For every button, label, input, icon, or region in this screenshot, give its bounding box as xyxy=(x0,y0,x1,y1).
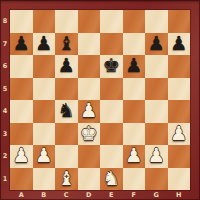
square-d4[interactable]: ♟ xyxy=(78,100,101,123)
square-b1[interactable] xyxy=(33,168,56,191)
square-c2[interactable] xyxy=(55,145,78,168)
square-e6[interactable]: ♚ xyxy=(100,55,123,78)
piece-black-king[interactable]: ♚ xyxy=(103,55,120,78)
piece-black-bishop[interactable]: ♝ xyxy=(58,33,75,56)
square-f5[interactable] xyxy=(123,78,146,101)
square-a7[interactable]: ♟ xyxy=(10,33,33,56)
square-g7[interactable]: ♟ xyxy=(145,33,168,56)
piece-white-pawn[interactable]: ♟ xyxy=(35,145,52,168)
file-label-f: F xyxy=(123,190,146,200)
rank-label-1: 1 xyxy=(0,168,10,191)
square-a8[interactable] xyxy=(10,10,33,33)
piece-white-pawn[interactable]: ♟ xyxy=(13,145,30,168)
file-label-a: A xyxy=(10,190,33,200)
square-f2[interactable]: ♟ xyxy=(123,145,146,168)
piece-black-pawn[interactable]: ♟ xyxy=(58,55,75,78)
rank-label-6: 6 xyxy=(0,55,10,78)
square-a1[interactable] xyxy=(10,168,33,191)
square-e4[interactable] xyxy=(100,100,123,123)
square-b6[interactable] xyxy=(33,55,56,78)
piece-black-pawn[interactable]: ♟ xyxy=(35,33,52,56)
square-f1[interactable] xyxy=(123,168,146,191)
square-d8[interactable] xyxy=(78,10,101,33)
piece-black-pawn[interactable]: ♟ xyxy=(13,33,30,56)
square-e3[interactable] xyxy=(100,123,123,146)
square-d7[interactable] xyxy=(78,33,101,56)
rank-label-8: 8 xyxy=(0,10,10,33)
file-label-c: C xyxy=(55,190,78,200)
rank-label-5: 5 xyxy=(0,78,10,101)
square-e1[interactable]: ♞ xyxy=(100,168,123,191)
square-g5[interactable] xyxy=(145,78,168,101)
square-a5[interactable] xyxy=(10,78,33,101)
square-g8[interactable] xyxy=(145,10,168,33)
piece-white-pawn[interactable]: ♟ xyxy=(125,145,142,168)
square-b7[interactable]: ♟ xyxy=(33,33,56,56)
square-c1[interactable]: ♝ xyxy=(55,168,78,191)
square-d1[interactable] xyxy=(78,168,101,191)
piece-black-pawn[interactable]: ♟ xyxy=(148,33,165,56)
square-a3[interactable] xyxy=(10,123,33,146)
piece-black-pawn[interactable]: ♟ xyxy=(170,33,187,56)
chessboard-widget: 87654321 ♟♟♝♟♟♟♚♟♞♟♚♟♟♟♟♟♝♞ ABCDEFGH xyxy=(0,0,200,200)
square-h4[interactable] xyxy=(168,100,191,123)
square-b4[interactable] xyxy=(33,100,56,123)
square-c5[interactable] xyxy=(55,78,78,101)
piece-white-king[interactable]: ♚ xyxy=(80,123,97,146)
square-h3[interactable]: ♟ xyxy=(168,123,191,146)
square-f4[interactable] xyxy=(123,100,146,123)
square-g1[interactable] xyxy=(145,168,168,191)
square-g4[interactable] xyxy=(145,100,168,123)
square-b5[interactable] xyxy=(33,78,56,101)
square-c7[interactable]: ♝ xyxy=(55,33,78,56)
square-f7[interactable] xyxy=(123,33,146,56)
square-h1[interactable] xyxy=(168,168,191,191)
square-a2[interactable]: ♟ xyxy=(10,145,33,168)
square-e5[interactable] xyxy=(100,78,123,101)
square-g3[interactable] xyxy=(145,123,168,146)
chess-board: ♟♟♝♟♟♟♚♟♞♟♚♟♟♟♟♟♝♞ xyxy=(10,10,190,190)
square-f6[interactable]: ♟ xyxy=(123,55,146,78)
square-c8[interactable] xyxy=(55,10,78,33)
square-e8[interactable] xyxy=(100,10,123,33)
square-e2[interactable] xyxy=(100,145,123,168)
square-h5[interactable] xyxy=(168,78,191,101)
square-b2[interactable]: ♟ xyxy=(33,145,56,168)
square-c6[interactable]: ♟ xyxy=(55,55,78,78)
square-e7[interactable] xyxy=(100,33,123,56)
file-label-b: B xyxy=(33,190,56,200)
rank-label-4: 4 xyxy=(0,100,10,123)
square-h6[interactable] xyxy=(168,55,191,78)
rank-label-7: 7 xyxy=(0,33,10,56)
piece-white-pawn[interactable]: ♟ xyxy=(170,123,187,146)
square-b8[interactable] xyxy=(33,10,56,33)
square-c4[interactable]: ♞ xyxy=(55,100,78,123)
square-b3[interactable] xyxy=(33,123,56,146)
file-label-g: G xyxy=(145,190,168,200)
piece-white-pawn[interactable]: ♟ xyxy=(148,145,165,168)
rank-label-3: 3 xyxy=(0,123,10,146)
square-f3[interactable] xyxy=(123,123,146,146)
square-h7[interactable]: ♟ xyxy=(168,33,191,56)
piece-white-bishop[interactable]: ♝ xyxy=(58,168,75,191)
file-labels: ABCDEFGH xyxy=(10,190,190,200)
piece-black-knight[interactable]: ♞ xyxy=(58,100,75,123)
square-d3[interactable]: ♚ xyxy=(78,123,101,146)
piece-white-pawn[interactable]: ♟ xyxy=(80,100,97,123)
square-f8[interactable] xyxy=(123,10,146,33)
square-d6[interactable] xyxy=(78,55,101,78)
square-g2[interactable]: ♟ xyxy=(145,145,168,168)
square-h2[interactable] xyxy=(168,145,191,168)
square-d5[interactable] xyxy=(78,78,101,101)
square-a6[interactable] xyxy=(10,55,33,78)
piece-black-pawn[interactable]: ♟ xyxy=(125,55,142,78)
square-d2[interactable] xyxy=(78,145,101,168)
square-a4[interactable] xyxy=(10,100,33,123)
square-c3[interactable] xyxy=(55,123,78,146)
piece-white-knight[interactable]: ♞ xyxy=(103,168,120,191)
square-h8[interactable] xyxy=(168,10,191,33)
file-label-h: H xyxy=(168,190,191,200)
rank-labels: 87654321 xyxy=(0,10,10,190)
square-g6[interactable] xyxy=(145,55,168,78)
rank-label-2: 2 xyxy=(0,145,10,168)
file-label-e: E xyxy=(100,190,123,200)
file-label-d: D xyxy=(78,190,101,200)
